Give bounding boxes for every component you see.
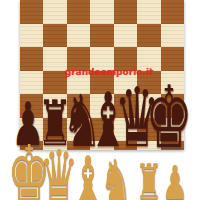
board-square-r1c0 bbox=[20, 24, 43, 48]
board-square-r0c6 bbox=[161, 0, 184, 24]
board-square-r1c5 bbox=[137, 24, 160, 48]
board-square-r1c3 bbox=[90, 24, 113, 48]
board-square-r0c3 bbox=[90, 0, 113, 24]
board-square-r0c5 bbox=[137, 0, 160, 24]
light-pawn: ♟ bbox=[162, 159, 188, 200]
board-square-r1c6 bbox=[161, 24, 184, 48]
board-square-r1c2 bbox=[67, 24, 90, 48]
board-square-r0c1 bbox=[43, 0, 66, 24]
board-square-r0c0 bbox=[20, 0, 43, 24]
light-rook: ♜ bbox=[135, 158, 162, 200]
chess-set-photo: grandeemporio.it ♟♜♞♝♛♚♚♛♝♞♜♟ bbox=[0, 0, 200, 200]
board-square-r0c4 bbox=[114, 0, 137, 24]
board-square-r0c2 bbox=[67, 0, 90, 24]
board-square-r1c4 bbox=[114, 24, 137, 48]
light-knight: ♞ bbox=[100, 152, 132, 200]
board-square-r1c1 bbox=[43, 24, 66, 48]
board-square-r2c0 bbox=[20, 47, 43, 71]
dark-king: ♚ bbox=[145, 74, 193, 160]
